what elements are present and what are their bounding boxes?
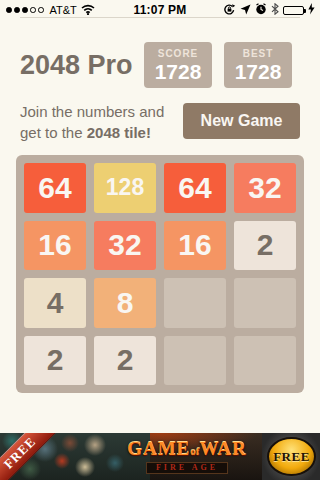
tile-4: 4 — [24, 278, 86, 328]
ad-free-button[interactable]: FREE — [267, 437, 316, 476]
empty-cell — [234, 278, 296, 328]
intro-line1: Join the numbers and — [20, 103, 164, 120]
best-box: BEST 1728 — [224, 42, 292, 88]
carrier-label: AT&T — [50, 4, 77, 16]
empty-cell — [164, 278, 226, 328]
tile-32: 32 — [94, 221, 156, 271]
best-label: BEST — [243, 48, 274, 60]
tile-64: 64 — [164, 163, 226, 213]
empty-cell — [164, 336, 226, 386]
tile-128: 128 — [94, 163, 156, 213]
bluetooth-icon — [271, 3, 279, 17]
alarm-clock-icon — [255, 3, 267, 17]
signal-dot-empty — [30, 7, 36, 13]
ad-title: GAMEofWAR — [127, 439, 247, 461]
tile-32: 32 — [234, 163, 296, 213]
score-value: 1728 — [155, 60, 202, 83]
board[interactable]: 64128643216321624822 — [16, 155, 304, 393]
statusbar-left: AT&T — [6, 4, 95, 17]
clock-time: 11:07 PM — [134, 3, 187, 17]
statusbar-separator — [20, 17, 300, 18]
signal-dots — [6, 7, 44, 13]
page-title: 2048 Pro — [20, 50, 133, 81]
ad-banner[interactable]: FREE GAMEofWAR FIRE AGE FREE — [0, 433, 320, 480]
score-box: SCORE 1728 — [144, 42, 212, 88]
tile-8: 8 — [94, 278, 156, 328]
tile-16: 16 — [24, 221, 86, 271]
signal-dot-filled — [22, 7, 28, 13]
orientation-lock-icon — [223, 3, 236, 18]
tile-2: 2 — [234, 221, 296, 271]
charging-bolt-icon — [308, 3, 315, 17]
location-arrow-icon — [240, 4, 251, 17]
tile-2: 2 — [24, 336, 86, 386]
ad-title-word3: WAR — [199, 438, 246, 459]
intro-line2-prefix: get to the — [20, 124, 87, 141]
tile-2: 2 — [94, 336, 156, 386]
ad-title-word1: GAME — [127, 438, 190, 459]
ad-subtitle: FIRE AGE — [146, 462, 228, 474]
new-game-button[interactable]: New Game — [183, 103, 300, 139]
signal-dot-filled — [6, 7, 12, 13]
wifi-icon — [81, 4, 95, 17]
battery-tip — [304, 9, 306, 13]
ad-title-block: GAMEofWAR FIRE AGE — [112, 433, 262, 480]
battery-icon — [283, 6, 304, 15]
best-value: 1728 — [235, 60, 282, 83]
signal-dot-empty — [38, 7, 44, 13]
app-screen: AT&T 11:07 PM — [0, 0, 320, 480]
tile-64: 64 — [24, 163, 86, 213]
intro-line2-goal: 2048 tile! — [87, 124, 151, 141]
empty-cell — [234, 336, 296, 386]
intro-text: Join the numbers and get to the 2048 til… — [20, 101, 164, 143]
signal-dot-filled — [14, 7, 20, 13]
score-label: SCORE — [158, 48, 199, 60]
tile-16: 16 — [164, 221, 226, 271]
ad-free-button-panel: FREE — [262, 433, 320, 480]
